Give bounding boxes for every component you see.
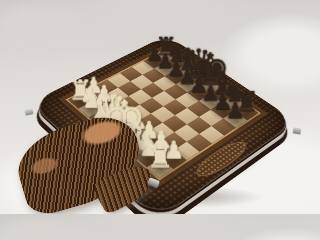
photo-scene: ♜♞♝♛♚♝♞♜♟♟♟♟♟♟♟♟♟♟♟♟♟♟♟♟♜♞♝♛♚♝♞♜	[0, 0, 320, 214]
piece-black-pawn: ♟	[203, 98, 267, 119]
square-h7: ♟	[223, 111, 247, 127]
hinge-pin-right	[293, 127, 302, 134]
